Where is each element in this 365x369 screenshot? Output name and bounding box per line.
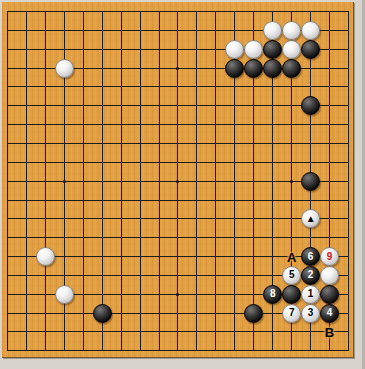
black-stone-move-6: 6 <box>301 247 320 266</box>
black-stone <box>93 304 112 323</box>
hoshi-dot <box>63 180 66 183</box>
grid-line-horizontal <box>7 256 349 257</box>
black-stone <box>263 59 282 78</box>
move-number: 3 <box>308 308 314 318</box>
black-stone <box>263 40 282 59</box>
black-stone <box>320 285 339 304</box>
white-stone <box>55 59 74 78</box>
white-stone <box>55 285 74 304</box>
grid-line-horizontal <box>7 331 349 332</box>
black-stone <box>244 59 263 78</box>
white-stone <box>225 40 244 59</box>
grid-line-horizontal <box>7 350 349 351</box>
grid-line-vertical <box>196 11 197 351</box>
goban[interactable]: ▲695281734AB <box>2 2 354 358</box>
grid-line-horizontal <box>7 237 349 238</box>
white-stone-triangle-marked: ▲ <box>301 209 320 228</box>
move-number: 8 <box>270 289 276 299</box>
move-number: 1 <box>308 289 314 299</box>
white-stone-move-3: 3 <box>301 304 320 323</box>
board-label-B[interactable]: B <box>325 324 334 339</box>
grid-line-horizontal <box>7 218 349 219</box>
white-stone-move-1: 1 <box>301 285 320 304</box>
board-label-A[interactable]: A <box>287 249 296 264</box>
grid-line-vertical <box>215 11 216 351</box>
black-stone <box>301 172 320 191</box>
grid-line-vertical <box>348 11 349 351</box>
black-stone <box>244 304 263 323</box>
grid-line-horizontal <box>7 200 349 201</box>
board-frame: ▲695281734AB <box>0 0 365 369</box>
white-stone-move-7: 7 <box>282 304 301 323</box>
black-stone <box>225 59 244 78</box>
white-stone-move-9: 9 <box>320 247 339 266</box>
white-stone <box>36 247 55 266</box>
black-stone <box>282 59 301 78</box>
black-stone <box>301 96 320 115</box>
move-number: 4 <box>327 308 333 318</box>
black-stone-move-4: 4 <box>320 304 339 323</box>
white-stone-move-5: 5 <box>282 266 301 285</box>
white-stone <box>282 21 301 40</box>
white-stone <box>244 40 263 59</box>
black-stone-move-2: 2 <box>301 266 320 285</box>
black-stone <box>282 285 301 304</box>
white-stone <box>282 40 301 59</box>
white-stone <box>301 21 320 40</box>
move-number: 9 <box>327 252 333 262</box>
white-stone <box>320 266 339 285</box>
black-stone-move-8: 8 <box>263 285 282 304</box>
hoshi-dot <box>290 180 293 183</box>
move-number: 6 <box>308 252 314 262</box>
black-stone <box>301 40 320 59</box>
move-number: 7 <box>289 308 295 318</box>
triangle-marker-icon: ▲ <box>306 213 316 223</box>
white-stone <box>263 21 282 40</box>
move-number: 5 <box>289 270 295 280</box>
move-number: 2 <box>308 270 314 280</box>
